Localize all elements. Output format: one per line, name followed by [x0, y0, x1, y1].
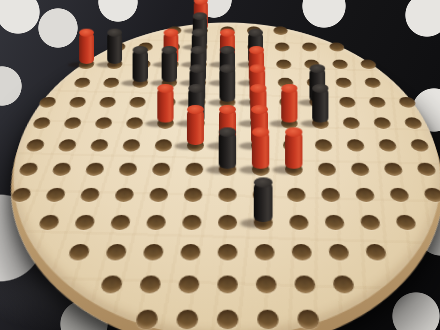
hole[interactable]	[165, 42, 180, 51]
hole[interactable]	[342, 117, 361, 128]
hole[interactable]	[191, 59, 206, 68]
hole[interactable]	[220, 26, 234, 34]
hole[interactable]	[125, 117, 143, 128]
hole[interactable]	[220, 42, 235, 51]
hole[interactable]	[275, 59, 291, 68]
hole[interactable]	[63, 117, 82, 128]
hole[interactable]	[102, 77, 119, 87]
hole[interactable]	[68, 97, 86, 108]
peg-body	[251, 132, 269, 169]
hole[interactable]	[403, 117, 423, 128]
hole[interactable]	[219, 77, 235, 87]
peg-body	[253, 182, 272, 222]
hole[interactable]	[163, 59, 179, 68]
hole[interactable]	[248, 59, 263, 68]
peg-body	[218, 132, 236, 169]
board-tilt-wrapper	[0, 23, 440, 330]
hole[interactable]	[156, 117, 174, 128]
hole[interactable]	[306, 77, 323, 87]
hole[interactable]	[303, 59, 319, 68]
hole[interactable]	[38, 97, 57, 108]
hole[interactable]	[131, 77, 148, 87]
hole[interactable]	[190, 77, 206, 87]
hole[interactable]	[106, 59, 123, 68]
hole[interactable]	[193, 26, 208, 34]
hole[interactable]	[274, 42, 289, 51]
hole[interactable]	[247, 42, 262, 51]
photo-background: { "game": "Two-player peg board game (re…	[0, 0, 440, 330]
hole[interactable]	[308, 97, 325, 108]
hole[interactable]	[372, 117, 391, 128]
hole[interactable]	[73, 77, 91, 87]
hole[interactable]	[248, 77, 264, 87]
peg-body	[285, 132, 303, 169]
hole[interactable]	[159, 97, 176, 108]
hole[interactable]	[368, 97, 386, 108]
hole[interactable]	[78, 59, 95, 68]
black-peg[interactable]	[244, 208, 281, 237]
hole[interactable]	[301, 42, 317, 51]
hole[interactable]	[363, 77, 381, 87]
hole[interactable]	[192, 42, 207, 51]
hole[interactable]	[331, 59, 348, 68]
red-peg[interactable]	[276, 157, 311, 182]
pegboard-scene	[19, 0, 435, 330]
hole[interactable]	[338, 97, 356, 108]
hole[interactable]	[110, 42, 126, 51]
peg-body	[186, 109, 203, 145]
hole[interactable]	[137, 42, 153, 51]
hole[interactable]	[134, 59, 150, 68]
hole[interactable]	[31, 117, 51, 128]
hole[interactable]	[359, 59, 376, 68]
hole[interactable]	[94, 117, 113, 128]
hole[interactable]	[328, 42, 344, 51]
hole[interactable]	[166, 26, 181, 34]
hole[interactable]	[334, 77, 351, 87]
hole[interactable]	[98, 97, 116, 108]
hole[interactable]	[128, 97, 145, 108]
hole[interactable]	[397, 97, 416, 108]
hole[interactable]	[277, 77, 293, 87]
hole[interactable]	[279, 97, 296, 108]
hole[interactable]	[219, 59, 234, 68]
hole[interactable]	[273, 26, 288, 34]
hole[interactable]	[246, 26, 261, 34]
hole[interactable]	[161, 77, 177, 87]
hole[interactable]	[311, 117, 329, 128]
